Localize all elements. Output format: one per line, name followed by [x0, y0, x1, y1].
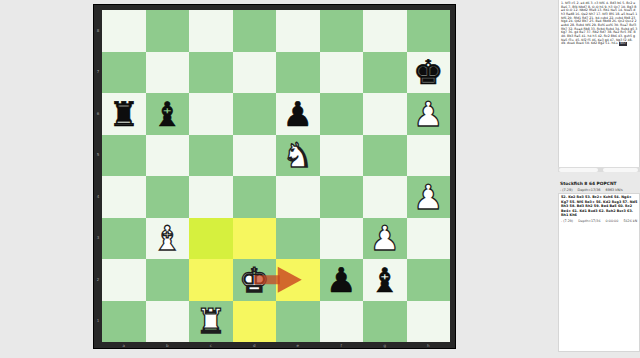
square-b7[interactable] — [146, 52, 190, 94]
piece-white-pawn[interactable]: ♟ — [370, 221, 400, 255]
engine-name: Stockfish 8 64 POPCNT — [560, 181, 640, 186]
file-label-g: g — [363, 344, 407, 348]
square-g8[interactable] — [363, 10, 407, 52]
square-f4[interactable] — [320, 176, 364, 218]
square-c2[interactable] — [189, 259, 233, 301]
chess-board[interactable]: ♚♜♝♟♟♞♟♝♟♚♟♝♜ — [102, 10, 450, 342]
square-h1[interactable] — [407, 301, 451, 343]
engine-score-2: - (7.29) — [561, 219, 573, 223]
square-e7[interactable] — [276, 52, 320, 94]
piece-black-bishop[interactable]: ♝ — [370, 263, 400, 297]
scrollbar-thumb-left[interactable] — [559, 168, 598, 172]
square-b8[interactable] — [146, 10, 190, 52]
square-b6[interactable]: ♝ — [146, 93, 190, 135]
engine-principal-variation[interactable]: 52. Ke2 Re3 53. Bc2+ Kxh6 54. Ng4+ Kg7 5… — [561, 195, 638, 218]
square-d6[interactable] — [233, 93, 277, 135]
movelist-scrollbar[interactable] — [558, 167, 640, 172]
square-c4[interactable] — [189, 176, 233, 218]
square-d1[interactable] — [233, 301, 277, 343]
file-label-d: d — [233, 344, 277, 348]
square-f6[interactable] — [320, 93, 364, 135]
engine-depth-2: Depth=17/36 — [578, 219, 600, 223]
square-d5[interactable] — [233, 135, 277, 177]
file-label-a: a — [102, 344, 146, 348]
square-g1[interactable] — [363, 301, 407, 343]
square-c5[interactable] — [189, 135, 233, 177]
square-h7[interactable]: ♚ — [407, 52, 451, 94]
square-e5[interactable]: ♞ — [276, 135, 320, 177]
piece-black-king[interactable]: ♚ — [413, 55, 443, 89]
square-e8[interactable] — [276, 10, 320, 52]
square-f1[interactable] — [320, 301, 364, 343]
rank-label-1: 1 — [94, 319, 102, 323]
square-b4[interactable] — [146, 176, 190, 218]
chess-board-frame: ♚♜♝♟♟♞♟♝♟♚♟♝♜ 87654321abcdefgh — [93, 4, 456, 349]
square-h6[interactable]: ♟ — [407, 93, 451, 135]
square-f3[interactable] — [320, 218, 364, 260]
engine-analysis-panel: 52. Ke2 Re3 53. Bc2+ Kxh6 54. Ng4+ Kg7 5… — [558, 193, 640, 352]
square-d2[interactable]: ♚ — [233, 259, 277, 301]
engine-eval-line-1: - (7.29) Depth=17/36 6963 kN/s — [560, 188, 640, 192]
piece-black-pawn[interactable]: ♟ — [283, 97, 313, 131]
square-c1[interactable]: ♜ — [189, 301, 233, 343]
engine-eval-line-2: - (7.29) Depth=17/36 0:00:00 5626 kN — [561, 219, 638, 223]
square-a1[interactable] — [102, 301, 146, 343]
square-a8[interactable] — [102, 10, 146, 52]
square-a7[interactable] — [102, 52, 146, 94]
square-b1[interactable] — [146, 301, 190, 343]
square-h5[interactable] — [407, 135, 451, 177]
file-label-b: b — [146, 344, 190, 348]
engine-time: 0:00:00 — [606, 219, 619, 223]
rank-label-7: 7 — [94, 70, 102, 74]
square-g3[interactable]: ♟ — [363, 218, 407, 260]
square-e2[interactable] — [276, 259, 320, 301]
engine-score: - (7.29) — [560, 188, 573, 192]
piece-black-rook[interactable]: ♜ — [109, 97, 139, 131]
square-b3[interactable]: ♝ — [146, 218, 190, 260]
square-g2[interactable]: ♝ — [363, 259, 407, 301]
piece-white-bishop[interactable]: ♝ — [152, 221, 182, 255]
square-g5[interactable] — [363, 135, 407, 177]
square-h3[interactable] — [407, 218, 451, 260]
square-f7[interactable] — [320, 52, 364, 94]
piece-white-king[interactable]: ♚ — [239, 263, 269, 297]
piece-black-bishop[interactable]: ♝ — [152, 97, 182, 131]
square-c3[interactable] — [189, 218, 233, 260]
engine-speed: 6963 kN/s — [606, 188, 623, 192]
square-e3[interactable] — [276, 218, 320, 260]
square-a4[interactable] — [102, 176, 146, 218]
piece-white-pawn[interactable]: ♟ — [413, 97, 443, 131]
square-b5[interactable] — [146, 135, 190, 177]
square-e4[interactable] — [276, 176, 320, 218]
square-a2[interactable] — [102, 259, 146, 301]
file-label-e: e — [276, 344, 320, 348]
square-c8[interactable] — [189, 10, 233, 52]
file-label-h: h — [407, 344, 451, 348]
piece-white-pawn[interactable]: ♟ — [413, 180, 443, 214]
current-move-badge[interactable]: Kh7 — [619, 42, 627, 45]
piece-black-pawn[interactable]: ♟ — [326, 263, 356, 297]
square-a6[interactable]: ♜ — [102, 93, 146, 135]
square-f2[interactable]: ♟ — [320, 259, 364, 301]
engine-depth: Depth=17/36 — [578, 188, 601, 192]
square-d8[interactable] — [233, 10, 277, 52]
square-b2[interactable] — [146, 259, 190, 301]
rank-label-4: 4 — [94, 195, 102, 199]
square-e1[interactable] — [276, 301, 320, 343]
piece-white-knight[interactable]: ♞ — [283, 138, 313, 172]
square-g6[interactable] — [363, 93, 407, 135]
square-a3[interactable] — [102, 218, 146, 260]
rank-label-5: 5 — [94, 153, 102, 157]
rank-label-6: 6 — [94, 112, 102, 116]
scrollbar-thumb-right[interactable] — [603, 168, 638, 172]
engine-nodes: 5626 kN — [623, 219, 637, 223]
square-d4[interactable] — [233, 176, 277, 218]
rank-label-2: 2 — [94, 278, 102, 282]
movelist-panel[interactable]: 1. Nf3 c5 2. e4 d6 3. c3 Nf6 4. Bd3 b6 5… — [558, 0, 640, 168]
rank-label-8: 8 — [94, 29, 102, 33]
rank-label-3: 3 — [94, 236, 102, 240]
square-e6[interactable]: ♟ — [276, 93, 320, 135]
square-g4[interactable] — [363, 176, 407, 218]
square-h2[interactable] — [407, 259, 451, 301]
movelist-line-12[interactable]: 49. dxe4 Bxe4 50. Kd2 Bg2 51. h6+Kh7 — [561, 42, 639, 46]
file-label-c: c — [189, 344, 233, 348]
square-h4[interactable]: ♟ — [407, 176, 451, 218]
square-g7[interactable] — [363, 52, 407, 94]
square-c6[interactable] — [189, 93, 233, 135]
file-label-f: f — [320, 344, 364, 348]
piece-white-rook[interactable]: ♜ — [196, 304, 226, 338]
square-f5[interactable] — [320, 135, 364, 177]
square-d3[interactable] — [233, 218, 277, 260]
square-h8[interactable] — [407, 10, 451, 52]
square-c7[interactable] — [189, 52, 233, 94]
square-d7[interactable] — [233, 52, 277, 94]
square-a5[interactable] — [102, 135, 146, 177]
square-f8[interactable] — [320, 10, 364, 52]
